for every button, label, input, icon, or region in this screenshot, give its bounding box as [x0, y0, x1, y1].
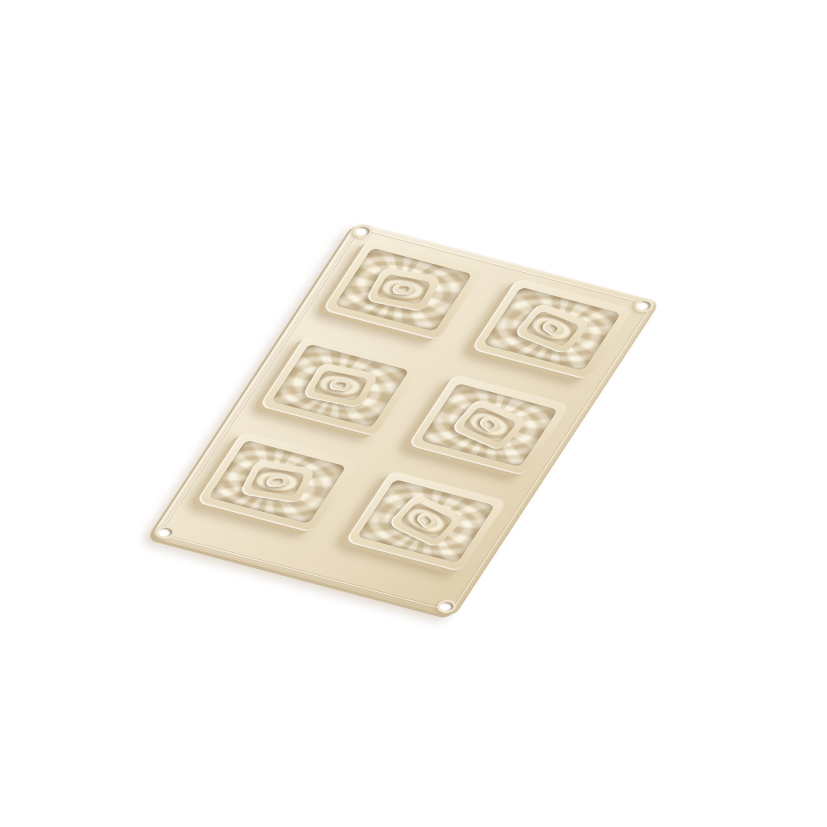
- photo-canvas: [0, 0, 827, 827]
- mold-cavity: [408, 374, 571, 476]
- mold-cavity: [345, 470, 508, 572]
- center-square-knob: [390, 283, 416, 295]
- wavy-moat: [271, 344, 409, 428]
- middle-square-ridge: [450, 398, 528, 452]
- center-dimple: [546, 324, 559, 334]
- center-dimple: [397, 287, 410, 293]
- center-dimple: [483, 420, 495, 430]
- inner-wavy-moat: [249, 467, 306, 497]
- center-square-knob: [265, 476, 290, 487]
- middle-square-ridge: [239, 460, 316, 504]
- wavy-moat: [483, 287, 621, 371]
- inner-wavy-moat: [524, 311, 581, 347]
- inner-wavy-moat: [375, 274, 432, 305]
- wavy-moat: [208, 440, 346, 524]
- center-square-knob: [414, 511, 438, 531]
- center-square-knob: [327, 379, 353, 392]
- inner-wavy-moat: [461, 406, 517, 443]
- center-square-knob: [539, 319, 564, 338]
- mold-cavity: [259, 335, 422, 437]
- center-dimple: [271, 479, 284, 485]
- middle-square-ridge: [301, 363, 379, 409]
- wavy-moat: [334, 248, 472, 332]
- middle-square-ridge: [513, 303, 591, 356]
- center-square-knob: [477, 415, 502, 435]
- cavity-grid: [150, 222, 660, 617]
- inner-wavy-moat: [398, 502, 454, 540]
- center-dimple: [334, 382, 347, 389]
- wavy-moat: [420, 383, 558, 467]
- mold-cavity: [322, 239, 485, 341]
- middle-square-ridge: [387, 494, 465, 549]
- silicone-mold-sheet: [150, 222, 660, 617]
- mold-cavity: [196, 431, 359, 533]
- mold-cavity: [471, 278, 633, 380]
- inner-wavy-moat: [312, 370, 369, 401]
- middle-square-ridge: [365, 267, 443, 313]
- wavy-moat: [357, 479, 495, 563]
- center-dimple: [420, 516, 432, 526]
